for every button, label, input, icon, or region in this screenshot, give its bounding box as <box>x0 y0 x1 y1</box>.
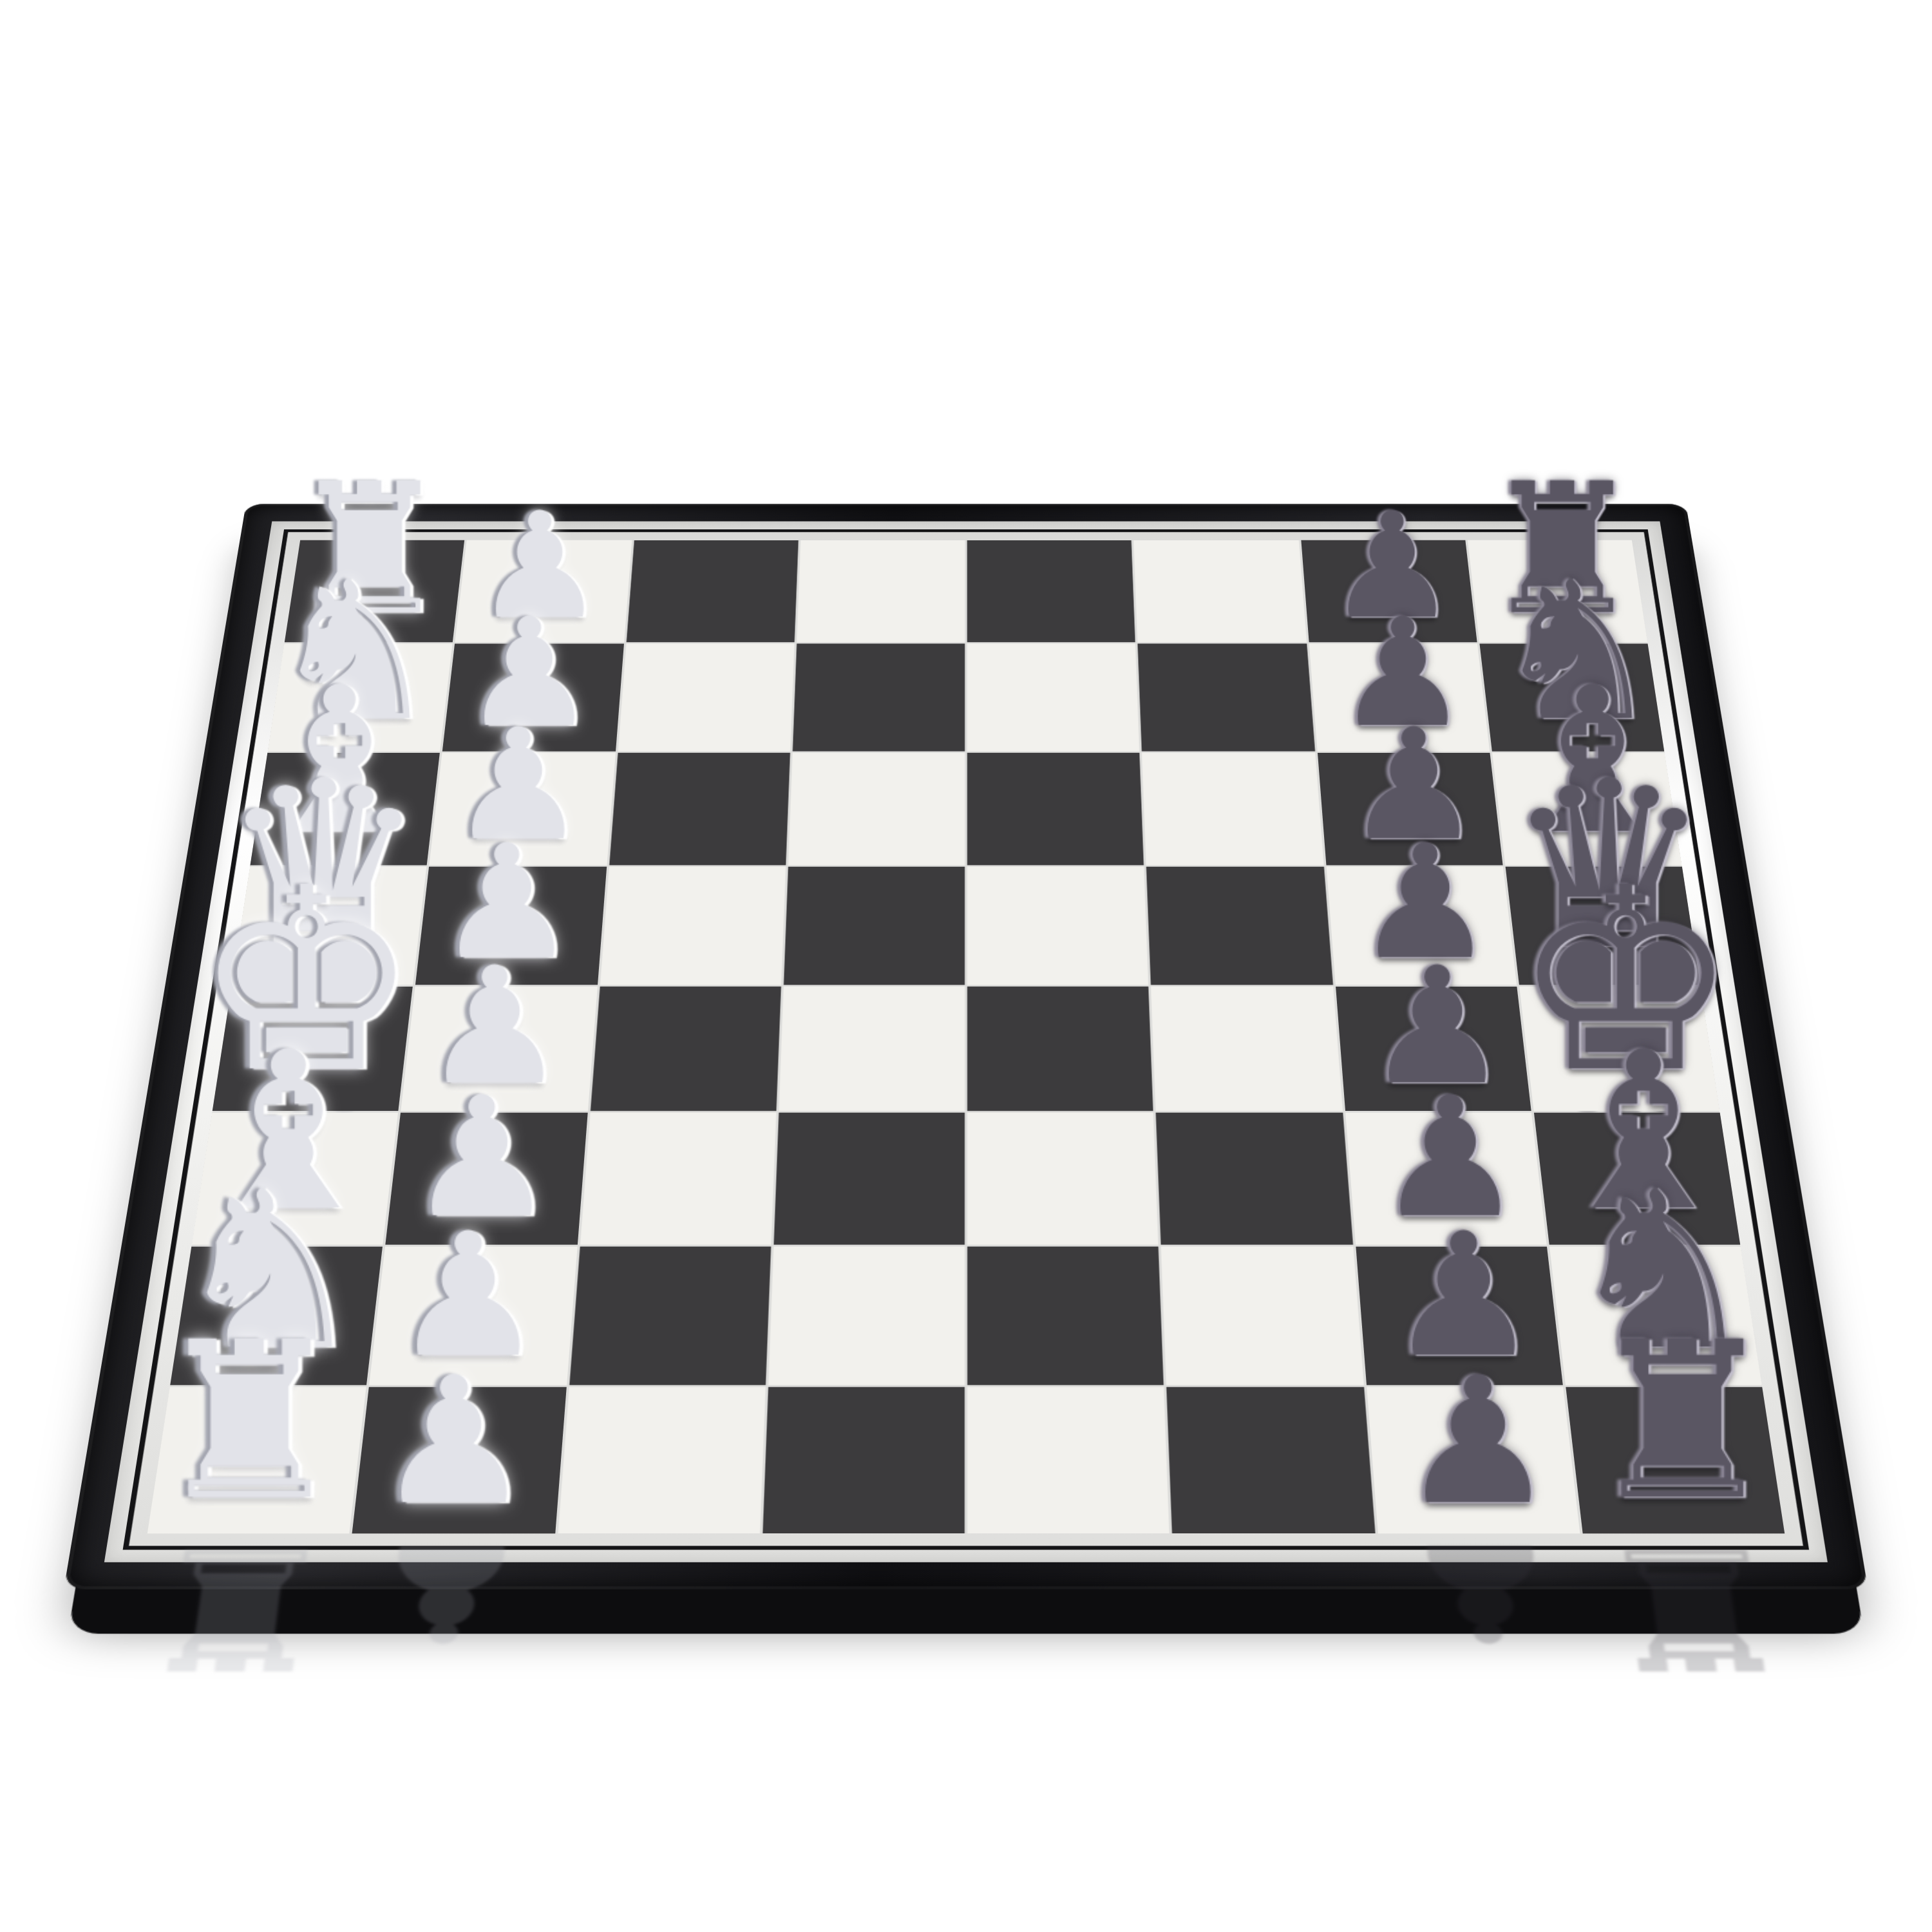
square-e2 <box>967 1246 1164 1385</box>
square-d4 <box>779 987 965 1112</box>
square-a3: ♝♝ <box>192 1113 399 1244</box>
piece-gunmetal-knight: ♞ <box>1565 1162 1761 1381</box>
square-e3 <box>967 1113 1159 1244</box>
square-f2 <box>1161 1246 1363 1385</box>
square-f3 <box>1156 1113 1352 1244</box>
board-perspective-wrapper: ♜♜♟♟♟♟♜♜♞♞♟♟♟♟♞♞♝♝♟♟♟♟♝♝♛♛♟♟♟♟♛♛♚♚♟♟♟♟♚♚… <box>165 185 1766 1786</box>
square-e8 <box>967 540 1135 643</box>
square-c1 <box>557 1387 765 1533</box>
square-f4 <box>1151 987 1343 1112</box>
square-e5 <box>967 867 1149 985</box>
square-b5: ♟♟ <box>415 867 606 985</box>
square-f6 <box>1142 752 1323 865</box>
square-h4: ♚♚ <box>1519 987 1720 1112</box>
square-h2: ♞♞ <box>1549 1246 1761 1385</box>
square-d7 <box>792 644 965 751</box>
square-h6: ♝♝ <box>1492 752 1682 865</box>
piece-silver-pawn: ♟ <box>375 1354 533 1529</box>
square-f7 <box>1138 644 1314 751</box>
square-h5: ♛♛ <box>1505 867 1700 985</box>
square-g8: ♟♟ <box>1301 540 1477 643</box>
square-e7 <box>967 644 1140 751</box>
piece-silver-pawn: ♟ <box>422 946 567 1108</box>
square-b4: ♟♟ <box>401 987 597 1112</box>
piece-gunmetal-rook: ♜ <box>1482 459 1643 639</box>
piece-silver-rook: ♜ <box>152 1312 346 1529</box>
square-f5 <box>1146 867 1332 985</box>
square-a1: ♜♜ <box>147 1387 366 1533</box>
square-b2: ♟♟ <box>370 1246 577 1385</box>
square-d1 <box>762 1387 965 1533</box>
square-d2 <box>768 1246 965 1385</box>
square-b7: ♟♟ <box>442 644 623 751</box>
square-a2: ♞♞ <box>170 1246 383 1385</box>
square-a8: ♜♜ <box>285 540 465 643</box>
square-b3: ♟♟ <box>386 1113 587 1244</box>
square-g3: ♟♟ <box>1345 1113 1546 1244</box>
square-c5 <box>600 867 786 985</box>
square-h7: ♞♞ <box>1479 644 1664 751</box>
square-b6: ♟♟ <box>430 752 615 865</box>
square-f8 <box>1134 540 1307 643</box>
square-a4: ♚♚ <box>213 987 413 1112</box>
square-c7 <box>618 644 794 751</box>
square-c4 <box>590 987 781 1112</box>
piece-silver-rook: ♜ <box>288 459 450 639</box>
square-c6 <box>609 752 790 865</box>
square-f1 <box>1167 1387 1375 1533</box>
square-c3 <box>580 1113 776 1244</box>
square-c2 <box>569 1246 771 1385</box>
square-d3 <box>773 1113 965 1244</box>
square-h3: ♝♝ <box>1533 1113 1740 1244</box>
chess-board: ♜♜♟♟♟♟♜♜♞♞♟♟♟♟♞♞♝♝♟♟♟♟♝♝♛♛♟♟♟♟♛♛♚♚♟♟♟♟♚♚… <box>64 504 1868 1590</box>
piece-silver-pawn: ♟ <box>392 1210 545 1381</box>
square-a5: ♛♛ <box>232 867 427 985</box>
square-e6 <box>967 752 1144 865</box>
square-d8 <box>797 540 965 643</box>
piece-gunmetal-pawn: ♟ <box>1399 1354 1557 1529</box>
square-g5: ♟♟ <box>1326 867 1517 985</box>
square-d6 <box>788 752 965 865</box>
product-photo-stage: ♜♜♟♟♟♟♜♜♞♞♟♟♟♟♞♞♝♝♟♟♟♟♝♝♛♛♟♟♟♟♛♛♚♚♟♟♟♟♚♚… <box>0 0 1932 1932</box>
square-g6: ♟♟ <box>1317 752 1502 865</box>
square-b8: ♟♟ <box>455 540 632 643</box>
square-d5 <box>783 867 965 985</box>
square-h1: ♜♜ <box>1566 1387 1785 1533</box>
square-h8: ♜♜ <box>1467 540 1647 643</box>
square-c8 <box>626 540 799 643</box>
square-b1: ♟♟ <box>352 1387 566 1533</box>
square-g4: ♟♟ <box>1335 987 1531 1112</box>
square-g7: ♟♟ <box>1309 644 1490 751</box>
square-e1 <box>967 1387 1170 1533</box>
square-a6: ♝♝ <box>251 752 440 865</box>
piece-gunmetal-pawn: ♟ <box>1387 1210 1540 1381</box>
piece-gunmetal-pawn: ♟ <box>1365 946 1510 1108</box>
piece-silver-knight: ♞ <box>171 1162 367 1381</box>
square-g2: ♟♟ <box>1355 1246 1562 1385</box>
board-grid: ♜♜♟♟♟♟♜♜♞♞♟♟♟♟♞♞♝♝♟♟♟♟♝♝♛♛♟♟♟♟♛♛♚♚♟♟♟♟♚♚… <box>147 540 1785 1533</box>
piece-gunmetal-rook: ♜ <box>1586 1312 1780 1529</box>
square-e4 <box>967 987 1153 1112</box>
square-a7: ♞♞ <box>268 644 453 751</box>
square-g1: ♟♟ <box>1366 1387 1580 1533</box>
